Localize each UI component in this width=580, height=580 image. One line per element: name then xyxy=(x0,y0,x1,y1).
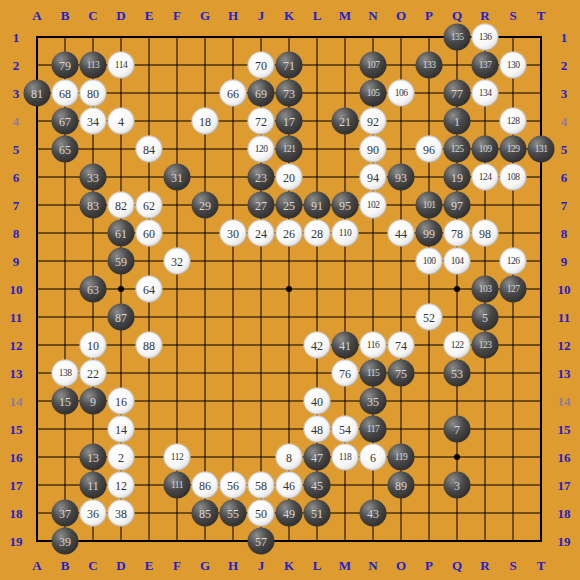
move-number: 128 xyxy=(507,116,520,126)
stone-D7[interactable]: 82 xyxy=(108,192,135,219)
move-number: 65 xyxy=(59,143,71,155)
stone-Q5[interactable]: 125 xyxy=(444,136,471,163)
move-number: 75 xyxy=(395,367,407,379)
move-number: 108 xyxy=(507,172,520,182)
stone-O16[interactable]: 119 xyxy=(388,444,415,471)
col-label-bottom-O: O xyxy=(396,559,406,572)
col-label-bottom-Q: Q xyxy=(452,559,462,572)
move-number: 86 xyxy=(199,479,211,491)
row-label-right-4: 4 xyxy=(561,115,568,128)
stone-C17[interactable]: 11 xyxy=(80,472,107,499)
col-label-top-E: E xyxy=(145,9,154,22)
move-number: 127 xyxy=(507,284,520,294)
move-number: 42 xyxy=(311,339,323,351)
move-number: 51 xyxy=(311,507,323,519)
move-number: 16 xyxy=(115,395,127,407)
row-label-right-15: 15 xyxy=(558,423,571,436)
stone-Q13[interactable]: 53 xyxy=(444,360,471,387)
stone-C18[interactable]: 36 xyxy=(80,500,107,527)
move-number: 50 xyxy=(255,507,267,519)
move-number: 71 xyxy=(283,59,295,71)
move-number: 2 xyxy=(118,451,124,463)
row-label-right-1: 1 xyxy=(561,31,568,44)
row-label-right-12: 12 xyxy=(558,339,571,352)
row-label-left-1: 1 xyxy=(13,31,20,44)
stone-F16[interactable]: 112 xyxy=(164,444,191,471)
move-number: 62 xyxy=(143,199,155,211)
stone-P8[interactable]: 99 xyxy=(416,220,443,247)
stone-K8[interactable]: 26 xyxy=(276,220,303,247)
col-label-bottom-B: B xyxy=(61,559,70,572)
stone-L7[interactable]: 91 xyxy=(304,192,331,219)
stone-J8[interactable]: 24 xyxy=(248,220,275,247)
stone-B2[interactable]: 79 xyxy=(52,52,79,79)
stone-J6[interactable]: 23 xyxy=(248,164,275,191)
stone-Q17[interactable]: 3 xyxy=(444,472,471,499)
stone-K5[interactable]: 121 xyxy=(276,136,303,163)
stone-N4[interactable]: 92 xyxy=(360,108,387,135)
stone-P11[interactable]: 52 xyxy=(416,304,443,331)
col-label-top-K: K xyxy=(284,9,294,22)
stone-C13[interactable]: 22 xyxy=(80,360,107,387)
move-number: 36 xyxy=(87,507,99,519)
move-number: 10 xyxy=(87,339,99,351)
col-label-bottom-N: N xyxy=(368,559,377,572)
row-label-right-9: 9 xyxy=(561,255,568,268)
stone-J18[interactable]: 50 xyxy=(248,500,275,527)
col-label-top-G: G xyxy=(200,9,210,22)
stone-B18[interactable]: 37 xyxy=(52,500,79,527)
move-number: 100 xyxy=(423,256,436,266)
stone-G4[interactable]: 18 xyxy=(192,108,219,135)
move-number: 46 xyxy=(283,479,295,491)
row-label-left-15: 15 xyxy=(10,423,23,436)
move-number: 111 xyxy=(171,480,183,490)
stone-P9[interactable]: 100 xyxy=(416,248,443,275)
col-label-bottom-J: J xyxy=(258,559,265,572)
col-label-bottom-S: S xyxy=(509,559,516,572)
star-point-Q16 xyxy=(454,454,460,460)
move-number: 93 xyxy=(395,171,407,183)
stone-C2[interactable]: 113 xyxy=(80,52,107,79)
move-number: 117 xyxy=(367,424,379,434)
stone-O3[interactable]: 106 xyxy=(388,80,415,107)
stone-C3[interactable]: 80 xyxy=(80,80,107,107)
stone-Q1[interactable]: 135 xyxy=(444,24,471,51)
stone-O12[interactable]: 74 xyxy=(388,332,415,359)
stone-R11[interactable]: 5 xyxy=(472,304,499,331)
stone-C16[interactable]: 13 xyxy=(80,444,107,471)
move-number: 94 xyxy=(367,171,379,183)
stone-O6[interactable]: 93 xyxy=(388,164,415,191)
grid-vline-T xyxy=(540,36,542,542)
row-label-left-11: 11 xyxy=(10,311,22,324)
stone-N2[interactable]: 107 xyxy=(360,52,387,79)
stone-K18[interactable]: 49 xyxy=(276,500,303,527)
stone-K2[interactable]: 71 xyxy=(276,52,303,79)
move-number: 92 xyxy=(367,115,379,127)
move-number: 13 xyxy=(87,451,99,463)
move-number: 66 xyxy=(227,87,239,99)
move-number: 134 xyxy=(479,88,492,98)
stone-Q6[interactable]: 19 xyxy=(444,164,471,191)
move-number: 125 xyxy=(451,144,464,154)
move-number: 97 xyxy=(451,199,463,211)
move-number: 6 xyxy=(370,451,376,463)
move-number: 40 xyxy=(311,395,323,407)
col-label-bottom-M: M xyxy=(339,559,351,572)
move-number: 30 xyxy=(227,227,239,239)
row-label-right-14: 14 xyxy=(558,395,571,408)
move-number: 73 xyxy=(283,87,295,99)
stone-O13[interactable]: 75 xyxy=(388,360,415,387)
stone-S6[interactable]: 108 xyxy=(500,164,527,191)
move-number: 104 xyxy=(451,256,464,266)
stone-K3[interactable]: 73 xyxy=(276,80,303,107)
stone-R1[interactable]: 136 xyxy=(472,24,499,51)
row-label-left-16: 16 xyxy=(10,451,23,464)
stone-N14[interactable]: 35 xyxy=(360,388,387,415)
stone-B4[interactable]: 67 xyxy=(52,108,79,135)
stone-S2[interactable]: 130 xyxy=(500,52,527,79)
stone-M7[interactable]: 95 xyxy=(332,192,359,219)
stone-Q12[interactable]: 122 xyxy=(444,332,471,359)
stone-Q8[interactable]: 78 xyxy=(444,220,471,247)
move-number: 56 xyxy=(227,479,239,491)
stone-D4[interactable]: 4 xyxy=(108,108,135,135)
row-label-right-2: 2 xyxy=(561,59,568,72)
move-number: 8 xyxy=(286,451,292,463)
stone-G7[interactable]: 29 xyxy=(192,192,219,219)
stone-N15[interactable]: 117 xyxy=(360,416,387,443)
move-number: 41 xyxy=(339,339,351,351)
stone-R12[interactable]: 123 xyxy=(472,332,499,359)
stone-F6[interactable]: 31 xyxy=(164,164,191,191)
stone-N13[interactable]: 115 xyxy=(360,360,387,387)
stone-J17[interactable]: 58 xyxy=(248,472,275,499)
col-label-top-Q: Q xyxy=(452,9,462,22)
col-label-bottom-D: D xyxy=(116,559,125,572)
move-number: 14 xyxy=(115,423,127,435)
col-label-top-A: A xyxy=(32,9,41,22)
stone-D18[interactable]: 38 xyxy=(108,500,135,527)
col-label-bottom-K: K xyxy=(284,559,294,572)
stone-L14[interactable]: 40 xyxy=(304,388,331,415)
move-number: 137 xyxy=(479,60,492,70)
row-label-right-5: 5 xyxy=(561,143,568,156)
stone-M4[interactable]: 21 xyxy=(332,108,359,135)
stone-J4[interactable]: 72 xyxy=(248,108,275,135)
stone-E12[interactable]: 88 xyxy=(136,332,163,359)
row-label-left-10: 10 xyxy=(10,283,23,296)
stone-N16[interactable]: 6 xyxy=(360,444,387,471)
stone-D2[interactable]: 114 xyxy=(108,52,135,79)
move-number: 21 xyxy=(339,115,351,127)
move-number: 119 xyxy=(395,452,407,462)
stone-N7[interactable]: 102 xyxy=(360,192,387,219)
stone-L16[interactable]: 47 xyxy=(304,444,331,471)
row-label-right-8: 8 xyxy=(561,227,568,240)
move-number: 95 xyxy=(339,199,351,211)
move-number: 74 xyxy=(395,339,407,351)
stone-O8[interactable]: 44 xyxy=(388,220,415,247)
stone-T5[interactable]: 131 xyxy=(528,136,555,163)
stone-J7[interactable]: 27 xyxy=(248,192,275,219)
move-number: 135 xyxy=(451,32,464,42)
stone-H3[interactable]: 66 xyxy=(220,80,247,107)
stone-D16[interactable]: 2 xyxy=(108,444,135,471)
move-number: 87 xyxy=(115,311,127,323)
stone-L15[interactable]: 48 xyxy=(304,416,331,443)
move-number: 101 xyxy=(423,200,436,210)
stone-M8[interactable]: 110 xyxy=(332,220,359,247)
stone-R6[interactable]: 124 xyxy=(472,164,499,191)
move-number: 45 xyxy=(311,479,323,491)
move-number: 83 xyxy=(87,199,99,211)
move-number: 22 xyxy=(87,367,99,379)
move-number: 138 xyxy=(59,368,72,378)
move-number: 120 xyxy=(255,144,268,154)
stone-P7[interactable]: 101 xyxy=(416,192,443,219)
col-label-top-P: P xyxy=(425,9,433,22)
move-number: 54 xyxy=(339,423,351,435)
stone-C4[interactable]: 34 xyxy=(80,108,107,135)
row-label-right-6: 6 xyxy=(561,171,568,184)
row-label-right-10: 10 xyxy=(558,283,571,296)
col-label-top-L: L xyxy=(313,9,322,22)
stone-O17[interactable]: 89 xyxy=(388,472,415,499)
stone-H18[interactable]: 55 xyxy=(220,500,247,527)
stone-B13[interactable]: 138 xyxy=(52,360,79,387)
move-number: 60 xyxy=(143,227,155,239)
stone-E7[interactable]: 62 xyxy=(136,192,163,219)
move-number: 5 xyxy=(482,311,488,323)
stone-J2[interactable]: 70 xyxy=(248,52,275,79)
col-label-bottom-F: F xyxy=(173,559,181,572)
go-board[interactable]: AABBCCDDEEFFGGHHJJKKLLMMNNOOPPQQRRSSTT11… xyxy=(0,0,580,580)
row-label-left-14: 14 xyxy=(10,395,23,408)
move-number: 121 xyxy=(283,144,296,154)
stone-N6[interactable]: 94 xyxy=(360,164,387,191)
stone-R3[interactable]: 134 xyxy=(472,80,499,107)
move-number: 47 xyxy=(311,451,323,463)
stone-Q3[interactable]: 77 xyxy=(444,80,471,107)
row-label-left-5: 5 xyxy=(13,143,20,156)
grid-vline-P xyxy=(429,36,430,542)
move-number: 27 xyxy=(255,199,267,211)
col-label-top-R: R xyxy=(480,9,489,22)
stone-J3[interactable]: 69 xyxy=(248,80,275,107)
move-number: 17 xyxy=(283,115,295,127)
stone-D9[interactable]: 59 xyxy=(108,248,135,275)
row-label-right-16: 16 xyxy=(558,451,571,464)
move-number: 122 xyxy=(451,340,464,350)
col-label-top-T: T xyxy=(537,9,546,22)
stone-R10[interactable]: 103 xyxy=(472,276,499,303)
col-label-top-H: H xyxy=(228,9,238,22)
row-label-right-18: 18 xyxy=(558,507,571,520)
stone-H8[interactable]: 30 xyxy=(220,220,247,247)
move-number: 63 xyxy=(87,283,99,295)
stone-K7[interactable]: 25 xyxy=(276,192,303,219)
stone-G18[interactable]: 85 xyxy=(192,500,219,527)
move-number: 118 xyxy=(339,452,351,462)
move-number: 32 xyxy=(171,255,183,267)
stone-M12[interactable]: 41 xyxy=(332,332,359,359)
row-label-right-13: 13 xyxy=(558,367,571,380)
stone-C7[interactable]: 83 xyxy=(80,192,107,219)
col-label-bottom-R: R xyxy=(480,559,489,572)
move-number: 72 xyxy=(255,115,267,127)
stone-S9[interactable]: 126 xyxy=(500,248,527,275)
stone-B3[interactable]: 68 xyxy=(52,80,79,107)
stone-K17[interactable]: 46 xyxy=(276,472,303,499)
move-number: 7 xyxy=(454,423,460,435)
stone-E10[interactable]: 64 xyxy=(136,276,163,303)
stone-C6[interactable]: 33 xyxy=(80,164,107,191)
stone-F9[interactable]: 32 xyxy=(164,248,191,275)
stone-M16[interactable]: 118 xyxy=(332,444,359,471)
stone-N3[interactable]: 105 xyxy=(360,80,387,107)
move-number: 106 xyxy=(395,88,408,98)
stone-S5[interactable]: 129 xyxy=(500,136,527,163)
move-number: 20 xyxy=(283,171,295,183)
col-label-bottom-A: A xyxy=(32,559,41,572)
stone-H17[interactable]: 56 xyxy=(220,472,247,499)
move-number: 68 xyxy=(59,87,71,99)
move-number: 18 xyxy=(199,115,211,127)
move-number: 3 xyxy=(454,479,460,491)
move-number: 31 xyxy=(171,171,183,183)
stone-J19[interactable]: 57 xyxy=(248,528,275,555)
stone-Q4[interactable]: 1 xyxy=(444,108,471,135)
stone-E5[interactable]: 84 xyxy=(136,136,163,163)
move-number: 24 xyxy=(255,227,267,239)
move-number: 12 xyxy=(115,479,127,491)
move-number: 26 xyxy=(283,227,295,239)
stone-M13[interactable]: 76 xyxy=(332,360,359,387)
move-number: 55 xyxy=(227,507,239,519)
stone-P2[interactable]: 133 xyxy=(416,52,443,79)
stone-Q15[interactable]: 7 xyxy=(444,416,471,443)
row-label-left-3: 3 xyxy=(13,87,20,100)
stone-S4[interactable]: 128 xyxy=(500,108,527,135)
move-number: 98 xyxy=(479,227,491,239)
row-label-right-3: 3 xyxy=(561,87,568,100)
stone-L12[interactable]: 42 xyxy=(304,332,331,359)
col-label-bottom-C: C xyxy=(88,559,97,572)
stone-L17[interactable]: 45 xyxy=(304,472,331,499)
stone-A3[interactable]: 81 xyxy=(24,80,51,107)
stone-K4[interactable]: 17 xyxy=(276,108,303,135)
stone-N12[interactable]: 116 xyxy=(360,332,387,359)
move-number: 69 xyxy=(255,87,267,99)
move-number: 58 xyxy=(255,479,267,491)
move-number: 80 xyxy=(87,87,99,99)
stone-S10[interactable]: 127 xyxy=(500,276,527,303)
stone-K16[interactable]: 8 xyxy=(276,444,303,471)
stone-D14[interactable]: 16 xyxy=(108,388,135,415)
stone-Q7[interactable]: 97 xyxy=(444,192,471,219)
stone-M15[interactable]: 54 xyxy=(332,416,359,443)
move-number: 29 xyxy=(199,199,211,211)
move-number: 90 xyxy=(367,143,379,155)
move-number: 49 xyxy=(283,507,295,519)
row-label-left-6: 6 xyxy=(13,171,20,184)
stone-N5[interactable]: 90 xyxy=(360,136,387,163)
stone-C10[interactable]: 63 xyxy=(80,276,107,303)
move-number: 103 xyxy=(479,284,492,294)
stone-F17[interactable]: 111 xyxy=(164,472,191,499)
stone-D11[interactable]: 87 xyxy=(108,304,135,331)
col-label-bottom-L: L xyxy=(313,559,322,572)
stone-L8[interactable]: 28 xyxy=(304,220,331,247)
row-label-left-18: 18 xyxy=(10,507,23,520)
move-number: 34 xyxy=(87,115,99,127)
move-number: 52 xyxy=(423,311,435,323)
stone-R5[interactable]: 109 xyxy=(472,136,499,163)
move-number: 96 xyxy=(423,143,435,155)
stone-D8[interactable]: 61 xyxy=(108,220,135,247)
move-number: 130 xyxy=(507,60,520,70)
move-number: 114 xyxy=(115,60,127,70)
col-label-bottom-P: P xyxy=(425,559,433,572)
move-number: 64 xyxy=(143,283,155,295)
move-number: 91 xyxy=(311,199,323,211)
stone-D15[interactable]: 14 xyxy=(108,416,135,443)
col-label-top-C: C xyxy=(88,9,97,22)
move-number: 61 xyxy=(115,227,127,239)
col-label-bottom-G: G xyxy=(200,559,210,572)
stone-Q9[interactable]: 104 xyxy=(444,248,471,275)
stone-B19[interactable]: 39 xyxy=(52,528,79,555)
stone-B5[interactable]: 65 xyxy=(52,136,79,163)
move-number: 77 xyxy=(451,87,463,99)
row-label-left-12: 12 xyxy=(10,339,23,352)
row-label-left-17: 17 xyxy=(10,479,23,492)
move-number: 133 xyxy=(423,60,436,70)
stone-B14[interactable]: 15 xyxy=(52,388,79,415)
stone-G17[interactable]: 86 xyxy=(192,472,219,499)
row-label-left-2: 2 xyxy=(13,59,20,72)
stone-N18[interactable]: 43 xyxy=(360,500,387,527)
stone-K6[interactable]: 20 xyxy=(276,164,303,191)
stone-R8[interactable]: 98 xyxy=(472,220,499,247)
stone-C14[interactable]: 9 xyxy=(80,388,107,415)
move-number: 115 xyxy=(367,368,379,378)
col-label-top-O: O xyxy=(396,9,406,22)
star-point-D10 xyxy=(118,286,124,292)
row-label-right-11: 11 xyxy=(558,311,570,324)
stone-J5[interactable]: 120 xyxy=(248,136,275,163)
move-number: 123 xyxy=(479,340,492,350)
move-number: 131 xyxy=(535,144,548,154)
stone-L18[interactable]: 51 xyxy=(304,500,331,527)
col-label-top-J: J xyxy=(258,9,265,22)
stone-R2[interactable]: 137 xyxy=(472,52,499,79)
stone-D17[interactable]: 12 xyxy=(108,472,135,499)
move-number: 78 xyxy=(451,227,463,239)
move-number: 11 xyxy=(87,479,99,491)
stone-P5[interactable]: 96 xyxy=(416,136,443,163)
move-number: 28 xyxy=(311,227,323,239)
move-number: 109 xyxy=(479,144,492,154)
col-label-top-S: S xyxy=(509,9,516,22)
stone-E8[interactable]: 60 xyxy=(136,220,163,247)
move-number: 99 xyxy=(423,227,435,239)
stone-C12[interactable]: 10 xyxy=(80,332,107,359)
move-number: 81 xyxy=(31,87,43,99)
